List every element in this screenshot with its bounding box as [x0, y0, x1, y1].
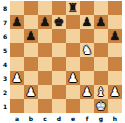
piece-white-pawn-f2[interactable]: ♟ — [80, 85, 94, 99]
square-d3[interactable] — [52, 71, 66, 85]
rank-label-5: 5 — [0, 43, 10, 57]
square-e3[interactable]: ♟ — [66, 71, 80, 85]
square-b3[interactable] — [24, 71, 38, 85]
file-label-b: b — [24, 113, 38, 123]
square-d1[interactable] — [52, 99, 66, 113]
square-b8[interactable] — [24, 1, 38, 15]
square-d5[interactable] — [52, 43, 66, 57]
square-a4[interactable] — [10, 57, 24, 71]
square-b2[interactable]: ♟ — [24, 85, 38, 99]
square-c2[interactable] — [38, 85, 52, 99]
square-b6[interactable]: ♟ — [24, 29, 38, 43]
rank-labels: 87654321 — [0, 1, 10, 113]
file-label-f: f — [80, 113, 94, 123]
square-c5[interactable] — [38, 43, 52, 57]
square-c3[interactable] — [38, 71, 52, 85]
piece-black-pawn-a7[interactable]: ♟ — [10, 15, 24, 29]
file-label-c: c — [38, 113, 52, 123]
square-h7[interactable] — [108, 15, 122, 29]
piece-white-king-g1[interactable]: ♚ — [94, 99, 108, 113]
piece-black-pawn-g7[interactable]: ♟ — [94, 15, 108, 29]
square-d4[interactable] — [52, 57, 66, 71]
square-h2[interactable]: ♟ — [108, 85, 122, 99]
rank-label-6: 6 — [0, 29, 10, 43]
file-labels: abcdefgh — [10, 113, 122, 123]
square-h4[interactable] — [108, 57, 122, 71]
piece-black-pawn-f7[interactable]: ♟ — [80, 15, 94, 29]
file-label-h: h — [108, 113, 122, 123]
square-g8[interactable] — [94, 1, 108, 15]
square-b5[interactable] — [24, 43, 38, 57]
square-d2[interactable] — [52, 85, 66, 99]
chess-board: ♜♟♟♚♟♟♟♟♞♟♟♟♟♝♟♚ — [10, 1, 122, 113]
square-b4[interactable] — [24, 57, 38, 71]
piece-black-pawn-c7[interactable]: ♟ — [38, 15, 52, 29]
square-c7[interactable]: ♟ — [38, 15, 52, 29]
square-f3[interactable] — [80, 71, 94, 85]
square-b7[interactable] — [24, 15, 38, 29]
square-a8[interactable] — [10, 1, 24, 15]
piece-white-bishop-g2[interactable]: ♝ — [94, 85, 108, 99]
square-g5[interactable] — [94, 43, 108, 57]
square-f7[interactable]: ♟ — [80, 15, 94, 29]
square-a3[interactable]: ♟ — [10, 71, 24, 85]
square-h5[interactable] — [108, 43, 122, 57]
square-g6[interactable] — [94, 29, 108, 43]
square-f1[interactable] — [80, 99, 94, 113]
square-g3[interactable] — [94, 71, 108, 85]
square-f6[interactable] — [80, 29, 94, 43]
square-a5[interactable] — [10, 43, 24, 57]
square-c8[interactable] — [38, 1, 52, 15]
square-g7[interactable]: ♟ — [94, 15, 108, 29]
square-a2[interactable] — [10, 85, 24, 99]
piece-white-pawn-e3[interactable]: ♟ — [66, 71, 80, 85]
square-e2[interactable] — [66, 85, 80, 99]
rank-label-7: 7 — [0, 15, 10, 29]
rank-label-4: 4 — [0, 57, 10, 71]
square-f4[interactable] — [80, 57, 94, 71]
piece-white-pawn-a3[interactable]: ♟ — [10, 71, 24, 85]
square-b1[interactable] — [24, 99, 38, 113]
square-h6[interactable]: ♟ — [108, 29, 122, 43]
square-e8[interactable]: ♜ — [66, 1, 80, 15]
square-h8[interactable] — [108, 1, 122, 15]
square-a6[interactable] — [10, 29, 24, 43]
square-e1[interactable] — [66, 99, 80, 113]
rank-label-1: 1 — [0, 99, 10, 113]
piece-black-king-d7[interactable]: ♚ — [52, 15, 66, 29]
square-c4[interactable] — [38, 57, 52, 71]
square-g4[interactable] — [94, 57, 108, 71]
square-e6[interactable] — [66, 29, 80, 43]
square-a1[interactable] — [10, 99, 24, 113]
square-h3[interactable] — [108, 71, 122, 85]
piece-white-knight-f5[interactable]: ♞ — [80, 43, 94, 57]
square-g2[interactable]: ♝ — [94, 85, 108, 99]
square-e4[interactable] — [66, 57, 80, 71]
piece-white-pawn-b2[interactable]: ♟ — [24, 85, 38, 99]
square-d8[interactable] — [52, 1, 66, 15]
square-f8[interactable] — [80, 1, 94, 15]
piece-black-rook-e8[interactable]: ♜ — [66, 1, 80, 15]
square-h1[interactable] — [108, 99, 122, 113]
file-label-g: g — [94, 113, 108, 123]
square-c1[interactable] — [38, 99, 52, 113]
rank-label-2: 2 — [0, 85, 10, 99]
square-d6[interactable] — [52, 29, 66, 43]
rank-label-3: 3 — [0, 71, 10, 85]
square-e5[interactable] — [66, 43, 80, 57]
file-label-e: e — [66, 113, 80, 123]
square-c6[interactable] — [38, 29, 52, 43]
square-f2[interactable]: ♟ — [80, 85, 94, 99]
square-d7[interactable]: ♚ — [52, 15, 66, 29]
file-label-a: a — [10, 113, 24, 123]
file-label-d: d — [52, 113, 66, 123]
piece-black-pawn-h6[interactable]: ♟ — [108, 29, 122, 43]
square-g1[interactable]: ♚ — [94, 99, 108, 113]
chess-diagram: 87654321 ♜♟♟♚♟♟♟♟♞♟♟♟♟♝♟♚ abcdefgh — [0, 0, 125, 123]
square-a7[interactable]: ♟ — [10, 15, 24, 29]
rank-label-8: 8 — [0, 1, 10, 15]
piece-black-pawn-b6[interactable]: ♟ — [24, 29, 38, 43]
square-f5[interactable]: ♞ — [80, 43, 94, 57]
square-e7[interactable] — [66, 15, 80, 29]
piece-white-pawn-h2[interactable]: ♟ — [108, 85, 122, 99]
